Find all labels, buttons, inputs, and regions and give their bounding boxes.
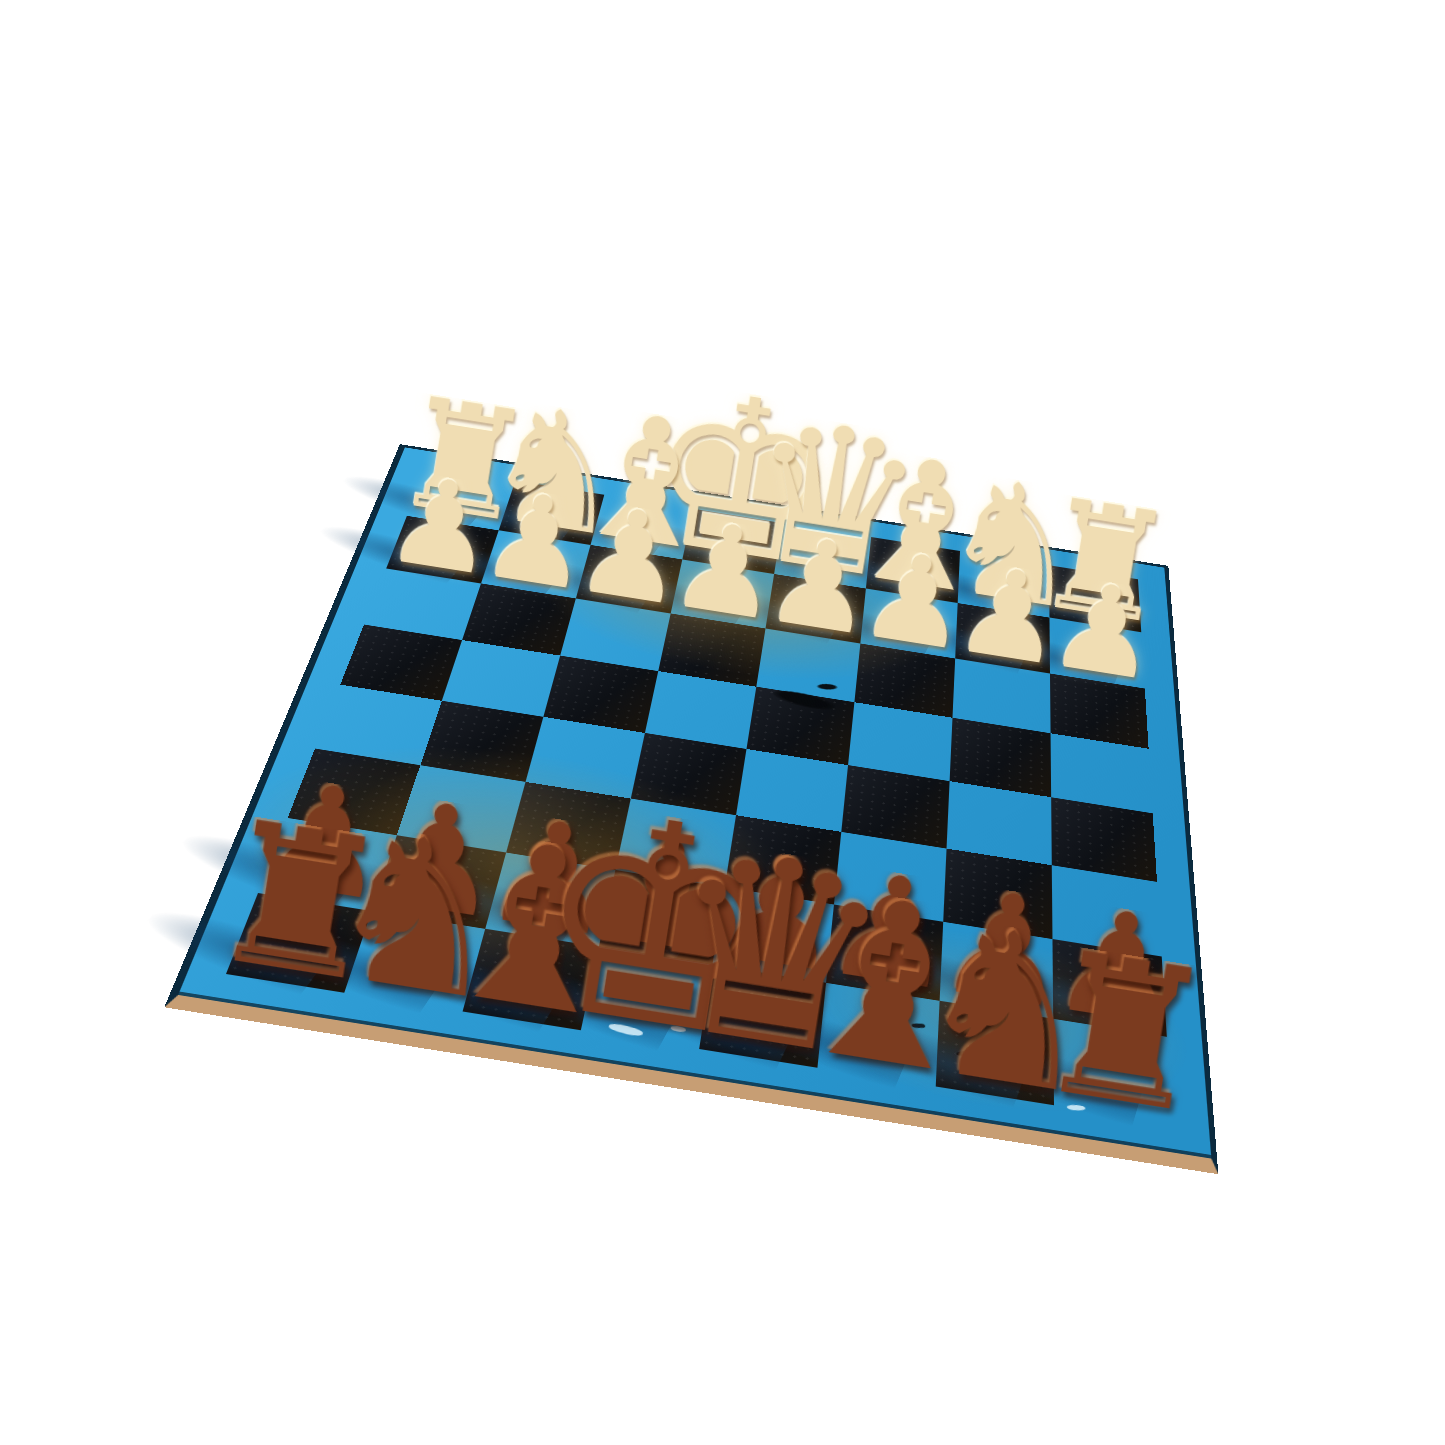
- square-a4[interactable]: [1051, 733, 1153, 813]
- piece-black-knight-g8[interactable]: ♞: [313, 820, 522, 1012]
- board-perspective-wrapper: ♜♞♝♚♛♝♞♜♟♟♟♟♟♟♟♟♟♟♟♟♟♟♟♟♜♞♝♚♛♝♞♜: [230, 237, 1260, 1267]
- square-h4[interactable]: [340, 624, 462, 700]
- square-g8[interactable]: ♞: [344, 911, 485, 1011]
- chess-board: ♜♞♝♚♛♝♞♜♟♟♟♟♟♟♟♟♟♟♟♟♟♟♟♟♜♞♝♚♛♝♞♜: [164, 444, 1218, 1174]
- square-e4[interactable]: [645, 671, 756, 749]
- photo-stage: ♜♞♝♚♛♝♞♜♟♟♟♟♟♟♟♟♟♟♟♟♟♟♟♟♜♞♝♚♛♝♞♜: [0, 0, 1445, 1445]
- piece-white-pawn-a2[interactable]: ♟: [1044, 574, 1166, 687]
- square-a5[interactable]: [1051, 797, 1157, 882]
- square-d8[interactable]: ♛: [699, 965, 826, 1068]
- square-d2[interactable]: ♟: [766, 574, 866, 643]
- piece-black-queen-d8[interactable]: ♛: [647, 836, 903, 1071]
- square-a8[interactable]: ♜: [1053, 1019, 1172, 1124]
- piece-black-rook-a8[interactable]: ♜: [1027, 942, 1224, 1123]
- board-grid: ♜♞♝♚♛♝♞♜♟♟♟♟♟♟♟♟♟♟♟♟♟♟♟♟♜♞♝♚♛♝♞♜: [226, 467, 1172, 1124]
